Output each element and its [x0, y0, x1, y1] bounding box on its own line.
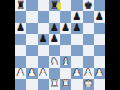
piece-black-pawn-c5[interactable]: ♟	[39, 34, 48, 44]
piece-black-king-g8[interactable]: ♚	[84, 0, 93, 10]
piece-white-pawn-f2[interactable]: ♟	[72, 68, 81, 78]
square-b8[interactable]	[26, 0, 37, 11]
square-d7[interactable]	[49, 11, 60, 22]
square-a8[interactable]: ♜	[15, 0, 26, 11]
square-b5[interactable]	[26, 34, 37, 45]
square-a2[interactable]: ♟	[15, 68, 26, 79]
square-e1[interactable]: ♜	[60, 79, 71, 90]
square-e4[interactable]	[60, 45, 71, 56]
square-h8[interactable]	[94, 0, 105, 11]
piece-black-pawn-f6[interactable]: ♟	[72, 23, 81, 33]
square-d5[interactable]: ♟	[49, 34, 60, 45]
square-g8[interactable]: ♚	[83, 0, 94, 11]
square-f1[interactable]	[71, 79, 82, 90]
square-f8[interactable]	[71, 0, 82, 11]
square-g1[interactable]: ♚	[83, 79, 94, 90]
piece-white-pawn-c2[interactable]: ♟	[39, 68, 48, 78]
square-c4[interactable]	[38, 45, 49, 56]
square-e8[interactable]	[60, 0, 71, 11]
square-e6[interactable]: ♟	[60, 23, 71, 34]
square-b6[interactable]	[26, 23, 37, 34]
piece-white-rook-d1[interactable]: ♜	[50, 79, 59, 89]
letterbox-right	[105, 0, 120, 90]
square-g5[interactable]	[83, 34, 94, 45]
square-g2[interactable]: ♟	[83, 68, 94, 79]
square-b3[interactable]	[26, 56, 37, 67]
square-d4[interactable]	[49, 45, 60, 56]
piece-white-rook-e1[interactable]: ♜	[61, 79, 70, 89]
piece-black-pawn-e6[interactable]: ♟	[61, 23, 70, 33]
square-a4[interactable]	[15, 45, 26, 56]
square-g3[interactable]	[83, 56, 94, 67]
square-f7[interactable]: ♟	[71, 11, 82, 22]
piece-white-king-g1[interactable]: ♚	[84, 79, 93, 89]
square-b7[interactable]	[26, 11, 37, 22]
square-e5[interactable]	[60, 34, 71, 45]
square-f5[interactable]	[71, 34, 82, 45]
square-a7[interactable]	[15, 11, 26, 22]
square-f3[interactable]	[71, 56, 82, 67]
square-b1[interactable]	[26, 79, 37, 90]
square-c8[interactable]	[38, 0, 49, 11]
square-d2[interactable]	[49, 68, 60, 79]
square-h7[interactable]: ♟	[94, 11, 105, 22]
piece-white-bishop-e3[interactable]: ♝	[61, 56, 70, 66]
square-c3[interactable]	[38, 56, 49, 67]
square-b4[interactable]	[26, 45, 37, 56]
piece-white-knight-d3[interactable]: ♞	[50, 56, 59, 66]
piece-white-pawn-a2[interactable]: ♟	[16, 68, 25, 78]
square-h4[interactable]	[94, 45, 105, 56]
square-d1[interactable]: ♜	[49, 79, 60, 90]
chess-board[interactable]: ♜♜♚♟♟♟♟♟♟♟♟♞♝♟♟♟♟♟♟♜♜♚	[15, 0, 105, 90]
piece-black-pawn-f7[interactable]: ♟	[72, 11, 81, 21]
piece-white-pawn-g2[interactable]: ♟	[84, 68, 93, 78]
piece-black-pawn-d6[interactable]: ♟	[50, 23, 59, 33]
square-g7[interactable]	[83, 11, 94, 22]
piece-black-pawn-h7[interactable]: ♟	[95, 11, 104, 21]
square-e2[interactable]	[60, 68, 71, 79]
piece-white-pawn-b2[interactable]: ♟	[27, 68, 36, 78]
square-f2[interactable]: ♟	[71, 68, 82, 79]
square-g4[interactable]	[83, 45, 94, 56]
piece-black-pawn-a6[interactable]: ♟	[16, 23, 25, 33]
square-a5[interactable]	[15, 34, 26, 45]
square-g6[interactable]	[83, 23, 94, 34]
piece-black-pawn-d5[interactable]: ♟	[50, 34, 59, 44]
square-e3[interactable]: ♝	[60, 56, 71, 67]
square-f6[interactable]: ♟	[71, 23, 82, 34]
letterbox-left	[0, 0, 15, 90]
square-d3[interactable]: ♞	[49, 56, 60, 67]
square-h3[interactable]	[94, 56, 105, 67]
square-c5[interactable]: ♟	[38, 34, 49, 45]
square-d6[interactable]: ♟	[49, 23, 60, 34]
square-c1[interactable]	[38, 79, 49, 90]
square-f4[interactable]	[71, 45, 82, 56]
square-a1[interactable]	[15, 79, 26, 90]
square-h1[interactable]	[94, 79, 105, 90]
square-h5[interactable]	[94, 34, 105, 45]
piece-white-pawn-h2[interactable]: ♟	[95, 68, 104, 78]
square-c6[interactable]	[38, 23, 49, 34]
square-c2[interactable]: ♟	[38, 68, 49, 79]
square-b2[interactable]: ♟	[26, 68, 37, 79]
square-h6[interactable]	[94, 23, 105, 34]
square-e7[interactable]	[60, 11, 71, 22]
square-a6[interactable]: ♟	[15, 23, 26, 34]
square-h2[interactable]: ♟	[94, 68, 105, 79]
square-c7[interactable]	[38, 11, 49, 22]
square-a3[interactable]	[15, 56, 26, 67]
piece-black-rook-a8[interactable]: ♜	[16, 0, 25, 10]
video-frame: ♜♜♚♟♟♟♟♟♟♟♟♞♝♟♟♟♟♟♟♜♜♚	[0, 0, 120, 90]
